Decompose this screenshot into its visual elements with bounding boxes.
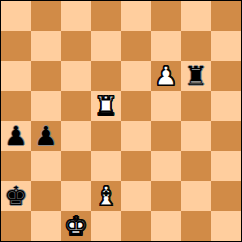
square-d1[interactable] (91, 211, 121, 241)
square-b6[interactable] (31, 61, 61, 91)
square-c3[interactable] (61, 151, 91, 181)
square-a4[interactable]: ♟ (1, 121, 31, 151)
square-e8[interactable] (121, 1, 151, 31)
square-g7[interactable] (181, 31, 211, 61)
square-e4[interactable] (121, 121, 151, 151)
square-f5[interactable] (151, 91, 181, 121)
square-b1[interactable] (31, 211, 61, 241)
square-d6[interactable] (91, 61, 121, 91)
piece-black-king[interactable]: ♚ (4, 181, 27, 211)
chess-board-window: ♟♜♜♟♟♚♝♚ (0, 0, 242, 242)
piece-black-pawn[interactable]: ♟ (4, 121, 27, 151)
square-c4[interactable] (61, 121, 91, 151)
square-a8[interactable] (1, 1, 31, 31)
square-a6[interactable] (1, 61, 31, 91)
square-h2[interactable] (211, 181, 241, 211)
square-b7[interactable] (31, 31, 61, 61)
square-e6[interactable] (121, 61, 151, 91)
square-c8[interactable] (61, 1, 91, 31)
square-b5[interactable] (31, 91, 61, 121)
square-f3[interactable] (151, 151, 181, 181)
square-g2[interactable] (181, 181, 211, 211)
square-h6[interactable] (211, 61, 241, 91)
square-d8[interactable] (91, 1, 121, 31)
square-g6[interactable]: ♜ (181, 61, 211, 91)
square-g1[interactable] (181, 211, 211, 241)
square-a5[interactable] (1, 91, 31, 121)
square-b4[interactable]: ♟ (31, 121, 61, 151)
square-h8[interactable] (211, 1, 241, 31)
square-a3[interactable] (1, 151, 31, 181)
square-g5[interactable] (181, 91, 211, 121)
piece-black-pawn[interactable]: ♟ (34, 121, 57, 151)
square-h4[interactable] (211, 121, 241, 151)
piece-white-king[interactable]: ♚ (64, 211, 87, 241)
square-h5[interactable] (211, 91, 241, 121)
square-h3[interactable] (211, 151, 241, 181)
piece-white-rook[interactable]: ♜ (94, 91, 117, 121)
square-b2[interactable] (31, 181, 61, 211)
chess-board: ♟♜♜♟♟♚♝♚ (0, 0, 242, 242)
piece-black-rook[interactable]: ♜ (184, 61, 207, 91)
square-e2[interactable] (121, 181, 151, 211)
square-d2[interactable]: ♝ (91, 181, 121, 211)
square-a2[interactable]: ♚ (1, 181, 31, 211)
square-b8[interactable] (31, 1, 61, 31)
square-h7[interactable] (211, 31, 241, 61)
square-e5[interactable] (121, 91, 151, 121)
square-c7[interactable] (61, 31, 91, 61)
square-c2[interactable] (61, 181, 91, 211)
piece-white-pawn[interactable]: ♟ (154, 61, 177, 91)
square-f2[interactable] (151, 181, 181, 211)
square-d5[interactable]: ♜ (91, 91, 121, 121)
square-d3[interactable] (91, 151, 121, 181)
square-d4[interactable] (91, 121, 121, 151)
square-c1[interactable]: ♚ (61, 211, 91, 241)
square-e3[interactable] (121, 151, 151, 181)
square-d7[interactable] (91, 31, 121, 61)
square-h1[interactable] (211, 211, 241, 241)
square-g3[interactable] (181, 151, 211, 181)
square-f8[interactable] (151, 1, 181, 31)
square-g8[interactable] (181, 1, 211, 31)
square-g4[interactable] (181, 121, 211, 151)
square-c5[interactable] (61, 91, 91, 121)
square-b3[interactable] (31, 151, 61, 181)
square-f1[interactable] (151, 211, 181, 241)
square-f6[interactable]: ♟ (151, 61, 181, 91)
square-e1[interactable] (121, 211, 151, 241)
square-a1[interactable] (1, 211, 31, 241)
square-e7[interactable] (121, 31, 151, 61)
piece-white-bishop[interactable]: ♝ (94, 181, 117, 211)
square-a7[interactable] (1, 31, 31, 61)
square-f7[interactable] (151, 31, 181, 61)
square-c6[interactable] (61, 61, 91, 91)
square-f4[interactable] (151, 121, 181, 151)
